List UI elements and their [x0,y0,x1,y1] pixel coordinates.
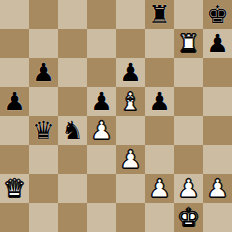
piece-black-pawn[interactable]: ♟ [206,29,228,58]
square-h8[interactable]: ♚ [203,0,232,29]
square-h6[interactable] [203,58,232,87]
square-h7[interactable]: ♟ [203,29,232,58]
square-a3[interactable] [0,145,29,174]
square-b6[interactable]: ♟ [29,58,58,87]
piece-white-rook[interactable]: ♜ [177,29,199,58]
square-c6[interactable] [58,58,87,87]
square-b1[interactable] [29,203,58,232]
square-c4[interactable]: ♞ [58,116,87,145]
piece-black-pawn[interactable]: ♟ [90,87,112,116]
square-a4[interactable] [0,116,29,145]
square-b8[interactable] [29,0,58,29]
square-h3[interactable] [203,145,232,174]
square-e4[interactable] [116,116,145,145]
square-f4[interactable] [145,116,174,145]
square-h1[interactable] [203,203,232,232]
square-d5[interactable]: ♟ [87,87,116,116]
square-e5[interactable]: ♝ [116,87,145,116]
chess-board: ♜♚♜♟♟♟♟♟♝♟♛♞♟♟♛♟♟♟♚ [0,0,232,232]
square-d7[interactable] [87,29,116,58]
square-g5[interactable] [174,87,203,116]
square-a7[interactable] [0,29,29,58]
square-c5[interactable] [58,87,87,116]
square-f5[interactable]: ♟ [145,87,174,116]
piece-black-pawn[interactable]: ♟ [148,87,170,116]
piece-black-queen[interactable]: ♛ [32,116,54,145]
square-a8[interactable] [0,0,29,29]
square-d4[interactable]: ♟ [87,116,116,145]
square-d6[interactable] [87,58,116,87]
square-f3[interactable] [145,145,174,174]
square-d2[interactable] [87,174,116,203]
square-b2[interactable] [29,174,58,203]
square-e8[interactable] [116,0,145,29]
square-c1[interactable] [58,203,87,232]
square-f8[interactable]: ♜ [145,0,174,29]
square-f2[interactable]: ♟ [145,174,174,203]
square-c2[interactable] [58,174,87,203]
square-e3[interactable]: ♟ [116,145,145,174]
piece-white-pawn[interactable]: ♟ [206,174,228,203]
square-e2[interactable] [116,174,145,203]
piece-white-pawn[interactable]: ♟ [119,145,141,174]
square-h5[interactable] [203,87,232,116]
square-d8[interactable] [87,0,116,29]
square-f1[interactable] [145,203,174,232]
piece-black-knight[interactable]: ♞ [61,116,83,145]
square-e6[interactable]: ♟ [116,58,145,87]
square-g1[interactable]: ♚ [174,203,203,232]
square-g2[interactable]: ♟ [174,174,203,203]
square-g4[interactable] [174,116,203,145]
square-g3[interactable] [174,145,203,174]
square-c8[interactable] [58,0,87,29]
square-c3[interactable] [58,145,87,174]
square-d1[interactable] [87,203,116,232]
piece-white-queen[interactable]: ♛ [3,174,25,203]
square-a5[interactable]: ♟ [0,87,29,116]
piece-black-rook[interactable]: ♜ [148,0,170,29]
piece-white-pawn[interactable]: ♟ [90,116,112,145]
piece-black-pawn[interactable]: ♟ [3,87,25,116]
square-f6[interactable] [145,58,174,87]
piece-white-pawn[interactable]: ♟ [177,174,199,203]
square-a2[interactable]: ♛ [0,174,29,203]
square-b3[interactable] [29,145,58,174]
square-h2[interactable]: ♟ [203,174,232,203]
piece-white-king[interactable]: ♚ [177,203,199,232]
square-b4[interactable]: ♛ [29,116,58,145]
square-b5[interactable] [29,87,58,116]
square-a6[interactable] [0,58,29,87]
square-e7[interactable] [116,29,145,58]
square-g7[interactable]: ♜ [174,29,203,58]
square-a1[interactable] [0,203,29,232]
piece-white-pawn[interactable]: ♟ [148,174,170,203]
piece-white-bishop[interactable]: ♝ [119,87,141,116]
square-f7[interactable] [145,29,174,58]
piece-black-pawn[interactable]: ♟ [119,58,141,87]
square-c7[interactable] [58,29,87,58]
piece-black-pawn[interactable]: ♟ [32,58,54,87]
square-d3[interactable] [87,145,116,174]
square-g6[interactable] [174,58,203,87]
square-g8[interactable] [174,0,203,29]
square-h4[interactable] [203,116,232,145]
piece-black-king[interactable]: ♚ [206,0,228,29]
square-b7[interactable] [29,29,58,58]
square-e1[interactable] [116,203,145,232]
